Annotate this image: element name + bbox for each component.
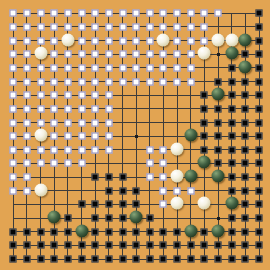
white-territory-square[interactable] <box>187 23 194 30</box>
white-territory-square[interactable] <box>10 78 17 85</box>
white-stone[interactable] <box>171 197 184 210</box>
white-territory-square[interactable] <box>10 105 17 112</box>
white-territory-square[interactable] <box>23 105 30 112</box>
white-territory-square[interactable] <box>92 133 99 140</box>
white-territory-square[interactable] <box>10 37 17 44</box>
white-territory-square[interactable] <box>160 160 167 167</box>
white-territory-square[interactable] <box>37 64 44 71</box>
white-territory-square[interactable] <box>51 160 58 167</box>
black-territory-square[interactable] <box>105 242 112 249</box>
black-territory-square[interactable] <box>228 228 235 235</box>
black-territory-square[interactable] <box>105 228 112 235</box>
black-territory-square[interactable] <box>256 242 263 249</box>
black-territory-square[interactable] <box>23 228 30 235</box>
white-territory-square[interactable] <box>119 51 126 58</box>
black-territory-square[interactable] <box>256 133 263 140</box>
white-territory-square[interactable] <box>174 37 181 44</box>
black-territory-square[interactable] <box>228 160 235 167</box>
black-territory-square[interactable] <box>228 215 235 222</box>
black-territory-square[interactable] <box>256 160 263 167</box>
white-territory-square[interactable] <box>119 37 126 44</box>
black-territory-square[interactable] <box>64 228 71 235</box>
white-territory-square[interactable] <box>160 187 167 194</box>
black-territory-square[interactable] <box>215 78 222 85</box>
black-territory-square[interactable] <box>201 256 208 263</box>
black-stone[interactable] <box>239 60 252 73</box>
black-territory-square[interactable] <box>256 174 263 181</box>
black-territory-square[interactable] <box>228 133 235 140</box>
white-territory-square[interactable] <box>78 78 85 85</box>
black-territory-square[interactable] <box>242 133 249 140</box>
white-territory-square[interactable] <box>105 64 112 71</box>
black-territory-square[interactable] <box>51 228 58 235</box>
white-territory-square[interactable] <box>105 133 112 140</box>
white-territory-square[interactable] <box>78 64 85 71</box>
black-territory-square[interactable] <box>133 242 140 249</box>
white-territory-square[interactable] <box>23 37 30 44</box>
white-territory-square[interactable] <box>37 23 44 30</box>
white-territory-square[interactable] <box>51 78 58 85</box>
black-territory-square[interactable] <box>256 215 263 222</box>
white-territory-square[interactable] <box>174 187 181 194</box>
black-territory-square[interactable] <box>256 146 263 153</box>
white-territory-square[interactable] <box>64 23 71 30</box>
black-territory-square[interactable] <box>133 256 140 263</box>
black-territory-square[interactable] <box>256 64 263 71</box>
black-territory-square[interactable] <box>146 256 153 263</box>
white-territory-square[interactable] <box>51 37 58 44</box>
black-territory-square[interactable] <box>215 242 222 249</box>
white-territory-square[interactable] <box>51 92 58 99</box>
black-territory-square[interactable] <box>78 242 85 249</box>
white-territory-square[interactable] <box>146 64 153 71</box>
black-stone[interactable] <box>212 224 225 237</box>
white-stone[interactable] <box>157 33 170 46</box>
black-territory-square[interactable] <box>215 160 222 167</box>
white-territory-square[interactable] <box>64 160 71 167</box>
black-territory-square[interactable] <box>105 201 112 208</box>
white-territory-square[interactable] <box>37 78 44 85</box>
black-territory-square[interactable] <box>105 256 112 263</box>
white-territory-square[interactable] <box>10 187 17 194</box>
black-territory-square[interactable] <box>92 201 99 208</box>
black-territory-square[interactable] <box>174 256 181 263</box>
black-territory-square[interactable] <box>242 187 249 194</box>
white-territory-square[interactable] <box>92 78 99 85</box>
white-territory-square[interactable] <box>51 133 58 140</box>
white-territory-square[interactable] <box>23 51 30 58</box>
white-territory-square[interactable] <box>64 105 71 112</box>
white-territory-square[interactable] <box>37 105 44 112</box>
black-territory-square[interactable] <box>242 174 249 181</box>
white-territory-square[interactable] <box>10 146 17 153</box>
black-territory-square[interactable] <box>215 133 222 140</box>
black-territory-square[interactable] <box>201 242 208 249</box>
black-territory-square[interactable] <box>256 92 263 99</box>
black-territory-square[interactable] <box>201 105 208 112</box>
black-territory-square[interactable] <box>10 242 17 249</box>
white-territory-square[interactable] <box>105 37 112 44</box>
black-stone[interactable] <box>48 211 61 224</box>
white-territory-square[interactable] <box>133 10 140 17</box>
white-territory-square[interactable] <box>23 23 30 30</box>
white-territory-square[interactable] <box>160 10 167 17</box>
black-territory-square[interactable] <box>201 228 208 235</box>
black-territory-square[interactable] <box>256 187 263 194</box>
black-territory-square[interactable] <box>119 242 126 249</box>
black-territory-square[interactable] <box>256 78 263 85</box>
black-territory-square[interactable] <box>78 201 85 208</box>
go-board[interactable] <box>0 0 270 270</box>
white-territory-square[interactable] <box>187 10 194 17</box>
white-territory-square[interactable] <box>92 119 99 126</box>
black-territory-square[interactable] <box>160 242 167 249</box>
white-territory-square[interactable] <box>105 51 112 58</box>
white-stone[interactable] <box>171 170 184 183</box>
white-stone[interactable] <box>34 129 47 142</box>
white-territory-square[interactable] <box>23 146 30 153</box>
white-territory-square[interactable] <box>10 64 17 71</box>
black-stone[interactable] <box>225 47 238 60</box>
black-territory-square[interactable] <box>105 215 112 222</box>
black-territory-square[interactable] <box>242 146 249 153</box>
black-territory-square[interactable] <box>160 228 167 235</box>
white-territory-square[interactable] <box>23 133 30 140</box>
black-territory-square[interactable] <box>105 187 112 194</box>
black-territory-square[interactable] <box>133 187 140 194</box>
white-stone[interactable] <box>225 33 238 46</box>
white-territory-square[interactable] <box>10 174 17 181</box>
white-territory-square[interactable] <box>119 10 126 17</box>
black-territory-square[interactable] <box>256 10 263 17</box>
white-territory-square[interactable] <box>133 78 140 85</box>
white-territory-square[interactable] <box>105 119 112 126</box>
white-territory-square[interactable] <box>174 78 181 85</box>
black-stone[interactable] <box>212 88 225 101</box>
black-territory-square[interactable] <box>228 92 235 99</box>
white-territory-square[interactable] <box>23 92 30 99</box>
white-territory-square[interactable] <box>51 105 58 112</box>
white-territory-square[interactable] <box>64 64 71 71</box>
white-territory-square[interactable] <box>23 119 30 126</box>
white-territory-square[interactable] <box>37 146 44 153</box>
white-territory-square[interactable] <box>78 51 85 58</box>
white-territory-square[interactable] <box>92 37 99 44</box>
white-territory-square[interactable] <box>78 133 85 140</box>
black-territory-square[interactable] <box>10 256 17 263</box>
white-territory-square[interactable] <box>187 64 194 71</box>
black-territory-square[interactable] <box>64 256 71 263</box>
black-territory-square[interactable] <box>242 119 249 126</box>
hoshi-dot <box>135 135 138 138</box>
white-stone[interactable] <box>61 33 74 46</box>
white-territory-square[interactable] <box>187 187 194 194</box>
white-territory-square[interactable] <box>146 160 153 167</box>
black-territory-square[interactable] <box>215 105 222 112</box>
black-territory-square[interactable] <box>256 201 263 208</box>
black-territory-square[interactable] <box>92 174 99 181</box>
white-territory-square[interactable] <box>119 64 126 71</box>
black-territory-square[interactable] <box>215 119 222 126</box>
black-territory-square[interactable] <box>119 256 126 263</box>
black-territory-square[interactable] <box>23 242 30 249</box>
white-territory-square[interactable] <box>187 37 194 44</box>
black-territory-square[interactable] <box>146 242 153 249</box>
white-territory-square[interactable] <box>146 10 153 17</box>
black-territory-square[interactable] <box>242 242 249 249</box>
white-territory-square[interactable] <box>78 119 85 126</box>
white-territory-square[interactable] <box>174 10 181 17</box>
white-territory-square[interactable] <box>51 10 58 17</box>
white-territory-square[interactable] <box>119 78 126 85</box>
white-territory-square[interactable] <box>64 10 71 17</box>
white-territory-square[interactable] <box>78 160 85 167</box>
white-stone[interactable] <box>171 142 184 155</box>
white-territory-square[interactable] <box>187 78 194 85</box>
black-territory-square[interactable] <box>119 174 126 181</box>
black-territory-square[interactable] <box>256 228 263 235</box>
white-territory-square[interactable] <box>23 174 30 181</box>
white-territory-square[interactable] <box>10 10 17 17</box>
white-territory-square[interactable] <box>187 51 194 58</box>
black-stone[interactable] <box>225 197 238 210</box>
white-territory-square[interactable] <box>10 119 17 126</box>
black-territory-square[interactable] <box>174 242 181 249</box>
white-territory-square[interactable] <box>51 146 58 153</box>
white-territory-square[interactable] <box>51 51 58 58</box>
white-territory-square[interactable] <box>92 51 99 58</box>
white-territory-square[interactable] <box>105 92 112 99</box>
black-territory-square[interactable] <box>242 201 249 208</box>
black-territory-square[interactable] <box>201 133 208 140</box>
white-territory-square[interactable] <box>160 78 167 85</box>
black-territory-square[interactable] <box>105 174 112 181</box>
white-territory-square[interactable] <box>146 37 153 44</box>
white-territory-square[interactable] <box>64 78 71 85</box>
black-territory-square[interactable] <box>215 256 222 263</box>
black-territory-square[interactable] <box>242 160 249 167</box>
black-territory-square[interactable] <box>228 105 235 112</box>
black-territory-square[interactable] <box>119 201 126 208</box>
white-territory-square[interactable] <box>201 23 208 30</box>
black-stone[interactable] <box>239 33 252 46</box>
white-territory-square[interactable] <box>78 23 85 30</box>
black-territory-square[interactable] <box>256 256 263 263</box>
black-territory-square[interactable] <box>228 256 235 263</box>
white-territory-square[interactable] <box>23 64 30 71</box>
white-territory-square[interactable] <box>64 119 71 126</box>
white-territory-square[interactable] <box>201 10 208 17</box>
black-territory-square[interactable] <box>228 174 235 181</box>
black-territory-square[interactable] <box>51 242 58 249</box>
white-territory-square[interactable] <box>160 174 167 181</box>
white-territory-square[interactable] <box>51 23 58 30</box>
white-territory-square[interactable] <box>78 105 85 112</box>
white-territory-square[interactable] <box>160 201 167 208</box>
black-territory-square[interactable] <box>146 228 153 235</box>
white-territory-square[interactable] <box>23 187 30 194</box>
white-territory-square[interactable] <box>174 51 181 58</box>
white-territory-square[interactable] <box>174 23 181 30</box>
black-territory-square[interactable] <box>201 119 208 126</box>
white-territory-square[interactable] <box>92 10 99 17</box>
black-territory-square[interactable] <box>92 228 99 235</box>
black-stone[interactable] <box>184 170 197 183</box>
black-territory-square[interactable] <box>242 92 249 99</box>
white-stone[interactable] <box>198 47 211 60</box>
white-territory-square[interactable] <box>37 10 44 17</box>
white-territory-square[interactable] <box>174 64 181 71</box>
white-territory-square[interactable] <box>105 105 112 112</box>
white-territory-square[interactable] <box>160 64 167 71</box>
black-territory-square[interactable] <box>146 215 153 222</box>
black-stone[interactable] <box>198 156 211 169</box>
black-stone[interactable] <box>130 211 143 224</box>
black-territory-square[interactable] <box>242 105 249 112</box>
black-territory-square[interactable] <box>256 23 263 30</box>
white-territory-square[interactable] <box>146 174 153 181</box>
white-territory-square[interactable] <box>37 92 44 99</box>
black-territory-square[interactable] <box>23 256 30 263</box>
black-territory-square[interactable] <box>242 256 249 263</box>
black-territory-square[interactable] <box>256 119 263 126</box>
white-territory-square[interactable] <box>133 51 140 58</box>
black-territory-square[interactable] <box>242 78 249 85</box>
black-territory-square[interactable] <box>10 228 17 235</box>
white-stone[interactable] <box>34 47 47 60</box>
white-territory-square[interactable] <box>146 23 153 30</box>
white-stone[interactable] <box>34 183 47 196</box>
white-territory-square[interactable] <box>37 160 44 167</box>
white-territory-square[interactable] <box>160 146 167 153</box>
white-territory-square[interactable] <box>105 23 112 30</box>
black-stone[interactable] <box>184 224 197 237</box>
white-territory-square[interactable] <box>92 146 99 153</box>
black-territory-square[interactable] <box>78 256 85 263</box>
white-territory-square[interactable] <box>64 92 71 99</box>
black-territory-square[interactable] <box>37 228 44 235</box>
white-territory-square[interactable] <box>146 146 153 153</box>
white-territory-square[interactable] <box>64 51 71 58</box>
hoshi-dot <box>217 53 220 56</box>
white-territory-square[interactable] <box>78 92 85 99</box>
white-territory-square[interactable] <box>92 23 99 30</box>
white-territory-square[interactable] <box>160 23 167 30</box>
black-territory-square[interactable] <box>92 215 99 222</box>
white-territory-square[interactable] <box>23 10 30 17</box>
white-territory-square[interactable] <box>105 10 112 17</box>
white-territory-square[interactable] <box>215 10 222 17</box>
white-territory-square[interactable] <box>78 37 85 44</box>
black-territory-square[interactable] <box>119 215 126 222</box>
black-territory-square[interactable] <box>228 119 235 126</box>
white-territory-square[interactable] <box>146 51 153 58</box>
white-territory-square[interactable] <box>133 37 140 44</box>
white-territory-square[interactable] <box>146 78 153 85</box>
white-territory-square[interactable] <box>10 23 17 30</box>
white-territory-square[interactable] <box>51 119 58 126</box>
black-territory-square[interactable] <box>242 228 249 235</box>
white-territory-square[interactable] <box>10 133 17 140</box>
black-territory-square[interactable] <box>228 242 235 249</box>
white-territory-square[interactable] <box>64 146 71 153</box>
white-territory-square[interactable] <box>119 23 126 30</box>
black-territory-square[interactable] <box>256 51 263 58</box>
white-territory-square[interactable] <box>37 37 44 44</box>
white-territory-square[interactable] <box>23 78 30 85</box>
white-territory-square[interactable] <box>133 23 140 30</box>
white-territory-square[interactable] <box>23 160 30 167</box>
white-territory-square[interactable] <box>64 133 71 140</box>
white-territory-square[interactable] <box>105 146 112 153</box>
black-territory-square[interactable] <box>201 92 208 99</box>
black-territory-square[interactable] <box>242 215 249 222</box>
black-territory-square[interactable] <box>242 51 249 58</box>
black-territory-square[interactable] <box>256 37 263 44</box>
black-territory-square[interactable] <box>174 228 181 235</box>
black-stone[interactable] <box>212 170 225 183</box>
white-territory-square[interactable] <box>78 10 85 17</box>
white-territory-square[interactable] <box>92 105 99 112</box>
white-territory-square[interactable] <box>10 160 17 167</box>
white-territory-square[interactable] <box>201 37 208 44</box>
black-territory-square[interactable] <box>37 242 44 249</box>
black-territory-square[interactable] <box>201 146 208 153</box>
white-territory-square[interactable] <box>105 78 112 85</box>
black-territory-square[interactable] <box>228 78 235 85</box>
black-territory-square[interactable] <box>64 215 71 222</box>
black-stone[interactable] <box>184 129 197 142</box>
black-territory-square[interactable] <box>228 146 235 153</box>
black-territory-square[interactable] <box>160 256 167 263</box>
white-territory-square[interactable] <box>92 92 99 99</box>
black-territory-square[interactable] <box>228 187 235 194</box>
black-territory-square[interactable] <box>92 256 99 263</box>
black-territory-square[interactable] <box>37 256 44 263</box>
white-stone[interactable] <box>198 197 211 210</box>
black-territory-square[interactable] <box>119 187 126 194</box>
black-territory-square[interactable] <box>228 64 235 71</box>
white-territory-square[interactable] <box>160 51 167 58</box>
black-territory-square[interactable] <box>51 256 58 263</box>
white-territory-square[interactable] <box>78 146 85 153</box>
black-territory-square[interactable] <box>256 105 263 112</box>
hoshi-dot <box>217 217 220 220</box>
white-territory-square[interactable] <box>10 51 17 58</box>
white-territory-square[interactable] <box>51 64 58 71</box>
white-territory-square[interactable] <box>37 119 44 126</box>
white-territory-square[interactable] <box>10 92 17 99</box>
black-territory-square[interactable] <box>133 201 140 208</box>
black-territory-square[interactable] <box>215 146 222 153</box>
white-territory-square[interactable] <box>92 64 99 71</box>
black-territory-square[interactable] <box>64 242 71 249</box>
black-territory-square[interactable] <box>133 228 140 235</box>
black-territory-square[interactable] <box>187 242 194 249</box>
black-stone[interactable] <box>75 224 88 237</box>
black-territory-square[interactable] <box>92 242 99 249</box>
white-stone[interactable] <box>212 33 225 46</box>
white-territory-square[interactable] <box>133 64 140 71</box>
black-territory-square[interactable] <box>119 228 126 235</box>
black-territory-square[interactable] <box>187 256 194 263</box>
